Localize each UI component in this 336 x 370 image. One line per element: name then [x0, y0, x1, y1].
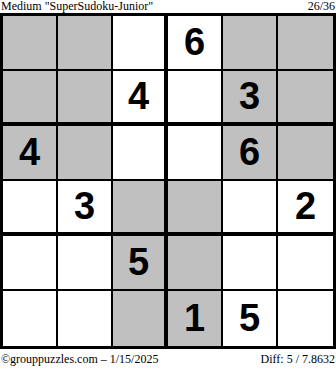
- cell-r6c1[interactable]: [3, 291, 58, 346]
- cell-r4c1[interactable]: [3, 181, 58, 236]
- cell-r1c5[interactable]: [223, 16, 278, 71]
- cell-r3c5-given-6[interactable]: 6: [223, 126, 278, 181]
- cell-r6c6[interactable]: [278, 291, 333, 346]
- cell-r6c4-given-1[interactable]: 1: [168, 291, 223, 346]
- cell-r3c4[interactable]: [168, 126, 223, 181]
- cell-r2c4[interactable]: [168, 71, 223, 126]
- cell-r4c4[interactable]: [168, 181, 223, 236]
- puzzle-page: Medium "SuperSudoku-Junior" 26/36 643463…: [0, 0, 336, 370]
- cell-r3c3[interactable]: [113, 126, 168, 181]
- cell-r1c3[interactable]: [113, 16, 168, 71]
- cell-r2c3-given-4[interactable]: 4: [113, 71, 168, 126]
- cell-r6c5-given-5[interactable]: 5: [223, 291, 278, 346]
- cell-r5c5[interactable]: [223, 236, 278, 291]
- cell-r6c2[interactable]: [58, 291, 113, 346]
- footer: ©grouppuzzles.com – 1/15/2025 Diff: 5 / …: [1, 349, 335, 370]
- cell-r1c4-given-6[interactable]: 6: [168, 16, 223, 71]
- cell-r4c2-given-3[interactable]: 3: [58, 181, 113, 236]
- page-title: Medium "SuperSudoku-Junior": [1, 0, 153, 13]
- cell-r1c6[interactable]: [278, 16, 333, 71]
- cell-r2c5-given-3[interactable]: 3: [223, 71, 278, 126]
- cell-r5c1[interactable]: [3, 236, 58, 291]
- cell-r5c6[interactable]: [278, 236, 333, 291]
- cell-r3c2[interactable]: [58, 126, 113, 181]
- cell-r5c2[interactable]: [58, 236, 113, 291]
- cell-r5c3-given-5[interactable]: 5: [113, 236, 168, 291]
- cell-r3c1-given-4[interactable]: 4: [3, 126, 58, 181]
- cell-r5c4[interactable]: [168, 236, 223, 291]
- cell-r2c2[interactable]: [58, 71, 113, 126]
- cell-r4c5[interactable]: [223, 181, 278, 236]
- cell-r2c6[interactable]: [278, 71, 333, 126]
- cell-r1c2[interactable]: [58, 16, 113, 71]
- puzzle-counter: 26/36: [308, 0, 335, 13]
- cell-r4c6-given-2[interactable]: 2: [278, 181, 333, 236]
- difficulty-rating: Diff: 5 / 7.8632: [261, 352, 335, 367]
- copyright-date: ©grouppuzzles.com – 1/15/2025: [1, 352, 158, 367]
- cell-r6c3[interactable]: [113, 291, 168, 346]
- cell-r1c1[interactable]: [3, 16, 58, 71]
- cell-r4c3[interactable]: [113, 181, 168, 236]
- sudoku-grid: 6434632515: [0, 13, 336, 349]
- header: Medium "SuperSudoku-Junior" 26/36: [1, 0, 335, 13]
- cell-r2c1[interactable]: [3, 71, 58, 126]
- cell-r3c6[interactable]: [278, 126, 333, 181]
